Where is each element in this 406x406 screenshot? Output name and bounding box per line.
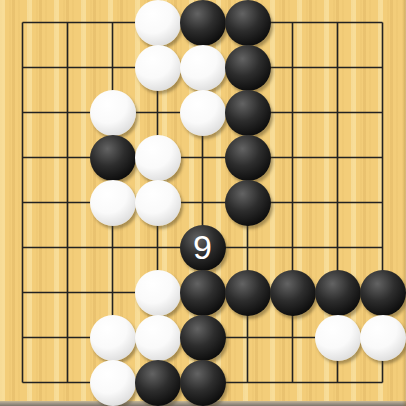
black-stone	[225, 270, 271, 316]
black-stone	[225, 0, 271, 46]
black-stone	[225, 90, 271, 136]
black-stone	[180, 270, 226, 316]
white-stone	[90, 360, 136, 406]
white-stone	[90, 90, 136, 136]
white-stone	[135, 270, 181, 316]
white-stone	[180, 45, 226, 91]
black-stone	[90, 135, 136, 181]
white-stone	[90, 315, 136, 361]
black-stone	[360, 270, 406, 316]
black-stone	[225, 135, 271, 181]
black-stone	[180, 0, 226, 46]
white-stone	[360, 315, 406, 361]
black-stone-move-9: 9	[180, 225, 226, 271]
white-stone	[135, 45, 181, 91]
white-stone	[135, 180, 181, 226]
white-stone	[315, 315, 361, 361]
black-stone	[180, 315, 226, 361]
white-stone	[135, 135, 181, 181]
white-stone	[90, 180, 136, 226]
black-stone	[315, 270, 361, 316]
stones-layer: 9	[0, 0, 406, 406]
go-board[interactable]: 9	[0, 0, 406, 406]
black-stone	[225, 45, 271, 91]
white-stone	[180, 90, 226, 136]
black-stone	[135, 360, 181, 406]
black-stone	[180, 360, 226, 406]
move-number-label: 9	[193, 230, 212, 264]
white-stone	[135, 315, 181, 361]
white-stone	[135, 0, 181, 46]
black-stone	[270, 270, 316, 316]
black-stone	[225, 180, 271, 226]
